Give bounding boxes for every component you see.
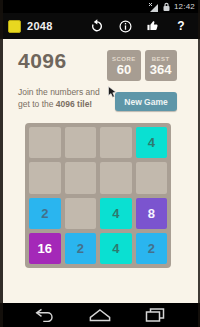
lock-icon [162,2,171,12]
empty-cell [136,162,168,193]
back-button[interactable] [32,307,58,323]
page-title: 4096 [18,49,67,73]
tile-4: 4 [136,127,168,158]
empty-cell [65,127,97,158]
thumbs-up-icon[interactable] [146,19,160,33]
recents-button[interactable] [142,307,168,323]
best-value: 364 [150,63,172,77]
status-bar: 12:42 [0,0,200,13]
app-logo-icon [8,20,21,33]
tile-2: 2 [29,198,61,229]
tile-2: 2 [65,233,97,264]
tile-16: 16 [29,233,61,264]
score-boxes: SCORE 60 BEST 364 [107,50,177,81]
android-nav-bar [0,303,200,327]
tile-4: 4 [100,198,132,229]
action-bar: 2048 ? [0,13,200,39]
tile-8: 8 [136,198,168,229]
goal-tile-text: 4096 tile! [56,99,92,109]
screen-bezel-right [198,0,200,327]
mouse-cursor-icon [108,84,117,96]
empty-cell [29,127,61,158]
game-board[interactable]: 424816242 [25,123,171,268]
intro-text-line1: Join the numbers and [18,86,100,98]
main-content: 4096 SCORE 60 BEST 364 Join the numbers … [0,39,200,303]
empty-cell [65,162,97,193]
tile-2: 2 [136,233,168,264]
app-title: 2048 [27,20,53,32]
new-game-button[interactable]: New Game [115,92,177,111]
help-icon[interactable]: ? [174,19,188,33]
status-clock: 12:42 [174,2,195,11]
phone-screen: 12:42 2048 [0,0,200,327]
screen-bezel-left [0,0,3,327]
undo-refresh-icon[interactable] [90,19,104,33]
signal-icon [148,2,159,12]
score-box: SCORE 60 [107,50,141,81]
empty-cell [65,198,97,229]
empty-cell [100,127,132,158]
info-icon[interactable] [118,19,132,33]
score-value: 60 [117,63,131,77]
action-bar-icons: ? [90,19,192,33]
empty-cell [100,162,132,193]
tile-4: 4 [100,233,132,264]
home-button[interactable] [87,307,113,323]
empty-cell [29,162,61,193]
best-box: BEST 364 [145,50,177,81]
intro-text-line2: get to the 4096 tile! [18,98,92,110]
